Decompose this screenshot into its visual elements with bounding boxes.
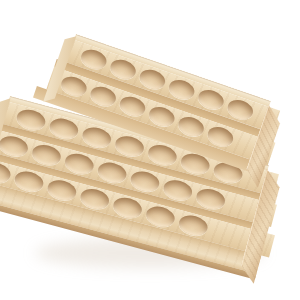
- product-photo-stage: [0, 0, 300, 300]
